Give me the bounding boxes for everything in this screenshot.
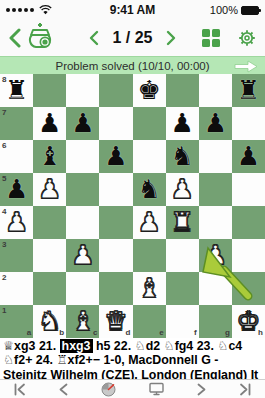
piece-figurine: ♕ [3, 338, 14, 353]
square-a5[interactable]: 5♟ [0, 173, 33, 206]
square-d7[interactable] [99, 107, 132, 140]
square-h8[interactable]: ♜ [232, 74, 265, 107]
file-label-a: a [27, 328, 31, 337]
square-e5[interactable]: ♞ [133, 173, 166, 206]
square-a6[interactable]: 6 [0, 140, 33, 173]
file-label-e: e [159, 328, 163, 337]
square-f4[interactable]: ♜ [166, 206, 199, 239]
square-e2[interactable]: ♝ [133, 272, 166, 305]
square-f1[interactable]: f [166, 305, 199, 338]
rank-label-5: 5 [2, 174, 6, 183]
square-d5[interactable] [99, 173, 132, 206]
status-banner: Problem solved (10/10, 00:00) [0, 56, 265, 74]
battery-percent: 100% [210, 4, 238, 16]
settings-gear-icon[interactable] [237, 30, 257, 46]
file-label-b: b [59, 328, 64, 337]
notation-text: fg4 23. [175, 339, 218, 353]
square-e8[interactable]: ♚ [133, 74, 166, 107]
square-h3[interactable] [232, 239, 265, 272]
square-e1[interactable]: e [133, 305, 166, 338]
piece-figurine: ♘ [135, 338, 146, 353]
prev-move-icon[interactable] [58, 381, 68, 397]
square-b2[interactable] [33, 272, 66, 305]
status-bar: 9:41 AM 100% [0, 0, 265, 20]
square-e7[interactable] [133, 107, 166, 140]
square-d3[interactable] [99, 239, 132, 272]
banner-text: Problem solved (10/10, 00:00) [55, 60, 209, 72]
chess-king-logo[interactable] [25, 22, 55, 54]
square-c4[interactable] [66, 206, 99, 239]
last-move-icon[interactable] [239, 381, 252, 397]
white-pawn-c3[interactable]: ♟ [66, 239, 99, 272]
file-label-g: g [225, 328, 230, 337]
board: 8♜♚♜7♟♟♟♟6♝♟♞♟5♟♟♞♟4♟♟♜3♟♟2♝1ab♞c♝d♛efgh… [0, 74, 265, 338]
black-pawn-c7[interactable]: ♟ [66, 107, 99, 140]
square-f8[interactable] [166, 74, 199, 107]
black-pawn-h6[interactable]: ♟ [232, 140, 265, 173]
square-h6[interactable]: ♟ [232, 140, 265, 173]
file-label-c: c [93, 328, 97, 337]
square-a2[interactable]: 2 [0, 272, 33, 305]
black-bishop-b6[interactable]: ♝ [33, 140, 66, 173]
file-label-f: f [194, 328, 197, 337]
rank-label-1: 1 [2, 306, 6, 315]
square-h4[interactable] [232, 206, 265, 239]
square-g7[interactable]: ♟ [199, 107, 232, 140]
rank-label-6: 6 [2, 141, 6, 150]
app-window: 9:41 AM 100% [0, 0, 265, 398]
square-h2[interactable] [232, 272, 265, 305]
square-g4[interactable] [199, 206, 232, 239]
square-c3[interactable]: ♟ [66, 239, 99, 272]
prev-problem-chevron-icon[interactable] [89, 30, 99, 46]
nav-bar: 1 / 25 [0, 20, 265, 56]
piece-figurine: ♘ [3, 352, 14, 367]
square-f6[interactable]: ♞ [166, 140, 199, 173]
white-pawn-g3[interactable]: ♟ [199, 239, 232, 272]
notation-text: xg3 21. [14, 339, 59, 353]
square-e3[interactable] [133, 239, 166, 272]
black-rook-h8[interactable]: ♜ [232, 74, 265, 107]
square-c7[interactable]: ♟ [66, 107, 99, 140]
notation-text: c4 [228, 339, 242, 353]
rank-label-3: 3 [2, 240, 6, 249]
square-b6[interactable]: ♝ [33, 140, 66, 173]
square-g8[interactable] [199, 74, 232, 107]
square-b5[interactable]: ♟ [33, 173, 66, 206]
square-h7[interactable] [232, 107, 265, 140]
square-c5[interactable] [66, 173, 99, 206]
square-b3[interactable] [33, 239, 66, 272]
rank-label-4: 4 [2, 207, 6, 216]
current-move[interactable]: hxg3 [60, 339, 93, 353]
problem-counter: 1 / 25 [112, 29, 152, 47]
bottom-toolbar [0, 379, 265, 398]
computer-analysis-icon[interactable] [148, 381, 165, 397]
battery-icon [241, 6, 259, 15]
square-b7[interactable]: ♟ [33, 107, 66, 140]
piece-figurine: ♘ [164, 338, 175, 353]
square-f5[interactable]: ♟ [166, 173, 199, 206]
square-b4[interactable] [33, 206, 66, 239]
square-c6[interactable] [66, 140, 99, 173]
black-pawn-f7[interactable]: ♟ [166, 107, 199, 140]
square-d2[interactable] [99, 272, 132, 305]
file-label-h: h [258, 328, 263, 337]
first-move-icon[interactable] [13, 381, 26, 397]
timer-clock-icon[interactable] [100, 381, 117, 397]
black-knight-f6[interactable]: ♞ [166, 140, 199, 173]
square-f2[interactable] [166, 272, 199, 305]
square-f3[interactable] [166, 239, 199, 272]
square-a3[interactable]: 3 [0, 239, 33, 272]
square-d1[interactable]: d♛ [99, 305, 132, 338]
move-notation[interactable]: ♕xg3 21. hxg3 h5 22. ♘d2 ♘fg4 23. ♘c4 ♘f… [0, 338, 265, 379]
square-b1[interactable]: b♞ [33, 305, 66, 338]
white-pawn-f5[interactable]: ♟ [166, 173, 199, 206]
next-problem-chevron-icon[interactable] [166, 30, 176, 46]
notation-text: h5 22. [93, 339, 135, 353]
black-king-e8[interactable]: ♚ [133, 74, 166, 107]
square-e4[interactable]: ♟ [133, 206, 166, 239]
white-rook-f4[interactable]: ♜ [166, 206, 199, 239]
square-h5[interactable] [232, 173, 265, 206]
rank-label-7: 7 [2, 108, 6, 117]
black-knight-e5[interactable]: ♞ [133, 173, 166, 206]
square-g6[interactable] [199, 140, 232, 173]
file-label-d: d [126, 328, 131, 337]
rank-label-2: 2 [2, 273, 6, 282]
square-a1[interactable]: 1a [0, 305, 33, 338]
notation-text: f2+ 24. [14, 353, 56, 367]
square-d8[interactable] [99, 74, 132, 107]
black-pawn-b7[interactable]: ♟ [33, 107, 66, 140]
square-e6[interactable] [133, 140, 166, 173]
square-g1[interactable]: g [199, 305, 232, 338]
square-d4[interactable] [99, 206, 132, 239]
square-a8[interactable]: 8♜ [0, 74, 33, 107]
rank-label-8: 8 [2, 75, 6, 84]
piece-figurine: ♘ [217, 338, 228, 353]
white-pawn-e4[interactable]: ♟ [133, 206, 166, 239]
square-g2[interactable] [199, 272, 232, 305]
square-g5[interactable] [199, 173, 232, 206]
square-f7[interactable]: ♟ [166, 107, 199, 140]
next-move-icon[interactable] [197, 381, 207, 397]
white-pawn-b5[interactable]: ♟ [33, 173, 66, 206]
square-b8[interactable] [33, 74, 66, 107]
square-c2[interactable] [66, 272, 99, 305]
back-chevron-icon[interactable] [8, 30, 21, 46]
square-h1[interactable]: h♚ [232, 305, 265, 338]
square-d6[interactable]: ♟ [99, 140, 132, 173]
piece-figurine: ♖ [56, 352, 67, 367]
black-pawn-g7[interactable]: ♟ [199, 107, 232, 140]
white-bishop-e2[interactable]: ♝ [133, 272, 166, 305]
square-g3[interactable]: ♟ [199, 239, 232, 272]
notation-text: d2 [146, 339, 164, 353]
black-pawn-d6[interactable]: ♟ [99, 140, 132, 173]
square-a4[interactable]: 4♟ [0, 206, 33, 239]
board-wrap: 8♜♚♜7♟♟♟♟6♝♟♞♟5♟♟♞♟4♟♟♜3♟♟2♝1ab♞c♝d♛efgh… [0, 74, 265, 338]
puzzle-grid-icon[interactable] [202, 29, 220, 47]
square-c8[interactable] [66, 74, 99, 107]
square-c1[interactable]: c♝ [66, 305, 99, 338]
square-a7[interactable]: 7 [0, 107, 33, 140]
